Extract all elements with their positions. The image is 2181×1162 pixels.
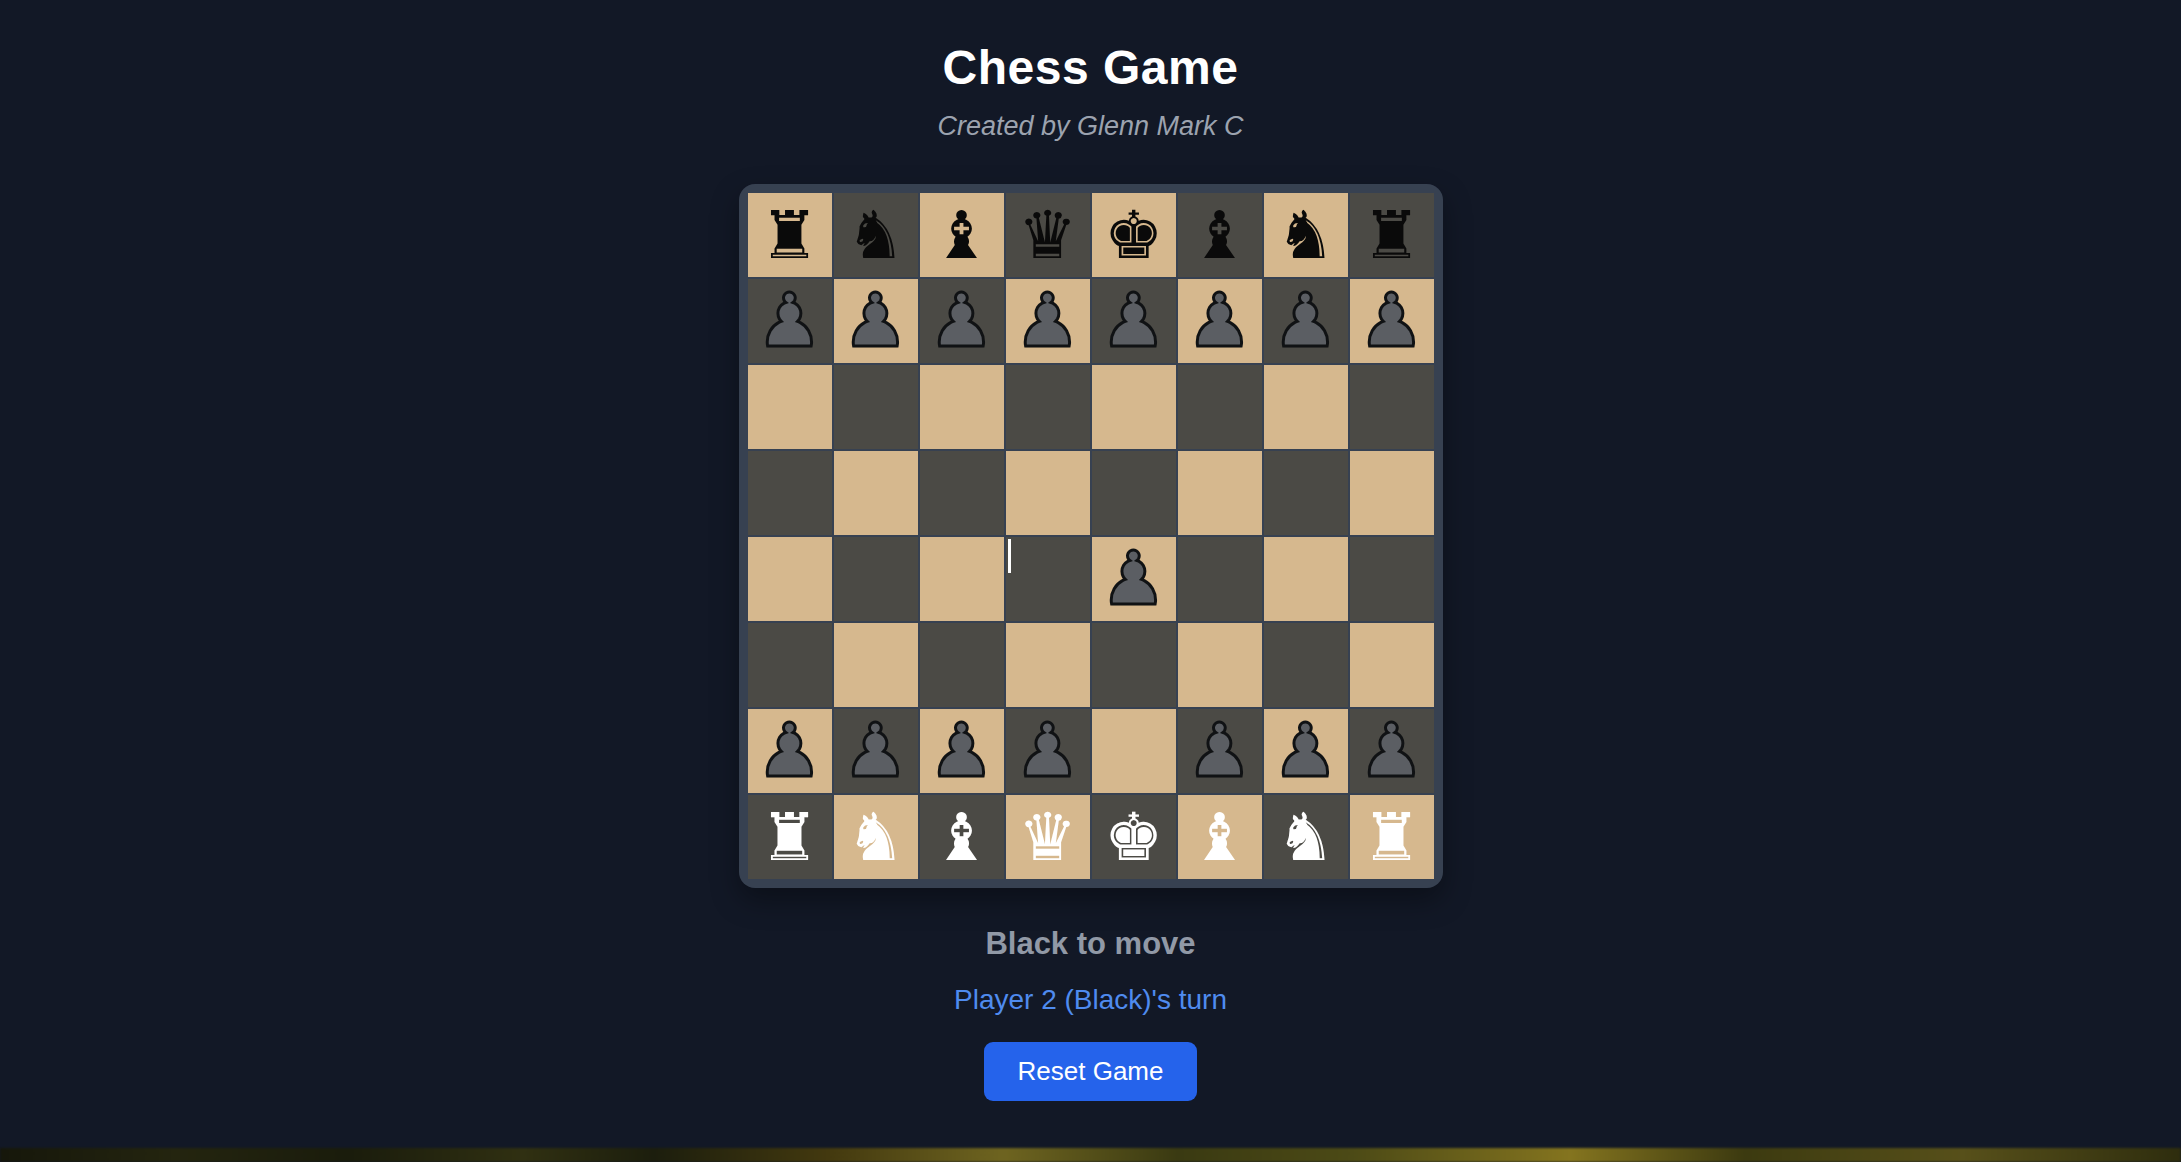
square-f4[interactable] bbox=[1178, 537, 1262, 621]
black-pawn-piece: ♟ bbox=[1186, 284, 1252, 358]
white-pawn-piece: ♟ bbox=[928, 714, 994, 788]
square-c7[interactable]: ♟ bbox=[920, 279, 1004, 363]
square-f1[interactable]: ♝ bbox=[1178, 795, 1262, 879]
square-h1[interactable]: ♜ bbox=[1350, 795, 1434, 879]
square-e5[interactable] bbox=[1092, 451, 1176, 535]
square-h7[interactable]: ♟ bbox=[1350, 279, 1434, 363]
move-status-text: Black to move bbox=[0, 926, 2181, 962]
square-a5[interactable] bbox=[748, 451, 832, 535]
desktop-background-strip bbox=[0, 1148, 2181, 1162]
square-h4[interactable] bbox=[1350, 537, 1434, 621]
black-king-piece: ♚ bbox=[1104, 202, 1163, 268]
square-a4[interactable] bbox=[748, 537, 832, 621]
square-a3[interactable] bbox=[748, 623, 832, 707]
square-h8[interactable]: ♜ bbox=[1350, 193, 1434, 277]
square-b5[interactable] bbox=[834, 451, 918, 535]
square-a8[interactable]: ♜ bbox=[748, 193, 832, 277]
black-pawn-piece: ♟ bbox=[1272, 284, 1338, 358]
black-pawn-piece: ♟ bbox=[1014, 284, 1080, 358]
square-e6[interactable] bbox=[1092, 365, 1176, 449]
square-f5[interactable] bbox=[1178, 451, 1262, 535]
square-e3[interactable] bbox=[1092, 623, 1176, 707]
square-e8[interactable]: ♚ bbox=[1092, 193, 1176, 277]
square-e4[interactable]: ♟ bbox=[1092, 537, 1176, 621]
black-rook-piece: ♜ bbox=[760, 202, 819, 268]
square-d4[interactable] bbox=[1006, 537, 1090, 621]
black-queen-piece: ♛ bbox=[1018, 202, 1077, 268]
square-h2[interactable]: ♟ bbox=[1350, 709, 1434, 793]
square-f8[interactable]: ♝ bbox=[1178, 193, 1262, 277]
square-c3[interactable] bbox=[920, 623, 1004, 707]
square-d6[interactable] bbox=[1006, 365, 1090, 449]
square-d3[interactable] bbox=[1006, 623, 1090, 707]
square-e1[interactable]: ♚ bbox=[1092, 795, 1176, 879]
white-pawn-piece: ♟ bbox=[1186, 714, 1252, 788]
chess-app: Chess Game Created by Glenn Mark C ♜♞♝♛♚… bbox=[0, 0, 2181, 1101]
square-d1[interactable]: ♛ bbox=[1006, 795, 1090, 879]
square-g5[interactable] bbox=[1264, 451, 1348, 535]
black-pawn-piece: ♟ bbox=[1100, 284, 1166, 358]
square-f2[interactable]: ♟ bbox=[1178, 709, 1262, 793]
square-e2[interactable] bbox=[1092, 709, 1176, 793]
text-caret bbox=[1008, 539, 1011, 573]
square-d8[interactable]: ♛ bbox=[1006, 193, 1090, 277]
chess-board: ♜♞♝♛♚♝♞♜♟♟♟♟♟♟♟♟♟♟♟♟♟♟♟♟♜♞♝♛♚♝♞♜ bbox=[748, 193, 1434, 879]
square-a6[interactable] bbox=[748, 365, 832, 449]
square-b1[interactable]: ♞ bbox=[834, 795, 918, 879]
square-b8[interactable]: ♞ bbox=[834, 193, 918, 277]
square-c2[interactable]: ♟ bbox=[920, 709, 1004, 793]
square-a1[interactable]: ♜ bbox=[748, 795, 832, 879]
square-c1[interactable]: ♝ bbox=[920, 795, 1004, 879]
square-c4[interactable] bbox=[920, 537, 1004, 621]
square-b3[interactable] bbox=[834, 623, 918, 707]
black-pawn-piece: ♟ bbox=[842, 284, 908, 358]
page-title: Chess Game bbox=[0, 40, 2181, 95]
white-knight-piece: ♞ bbox=[846, 804, 905, 870]
black-pawn-piece: ♟ bbox=[756, 284, 822, 358]
white-pawn-piece: ♟ bbox=[842, 714, 908, 788]
white-queen-piece: ♛ bbox=[1018, 804, 1077, 870]
page-subtitle: Created by Glenn Mark C bbox=[0, 111, 2181, 142]
player-turn-text: Player 2 (Black)'s turn bbox=[0, 984, 2181, 1016]
square-b6[interactable] bbox=[834, 365, 918, 449]
square-g8[interactable]: ♞ bbox=[1264, 193, 1348, 277]
square-b7[interactable]: ♟ bbox=[834, 279, 918, 363]
white-pawn-piece: ♟ bbox=[1272, 714, 1338, 788]
square-f3[interactable] bbox=[1178, 623, 1262, 707]
white-rook-piece: ♜ bbox=[760, 804, 819, 870]
square-c5[interactable] bbox=[920, 451, 1004, 535]
white-bishop-piece: ♝ bbox=[932, 804, 991, 870]
square-h3[interactable] bbox=[1350, 623, 1434, 707]
square-b4[interactable] bbox=[834, 537, 918, 621]
white-bishop-piece: ♝ bbox=[1190, 804, 1249, 870]
black-knight-piece: ♞ bbox=[846, 202, 905, 268]
square-b2[interactable]: ♟ bbox=[834, 709, 918, 793]
black-knight-piece: ♞ bbox=[1276, 202, 1335, 268]
black-pawn-piece: ♟ bbox=[928, 284, 994, 358]
square-f7[interactable]: ♟ bbox=[1178, 279, 1262, 363]
square-c8[interactable]: ♝ bbox=[920, 193, 1004, 277]
white-pawn-piece: ♟ bbox=[1014, 714, 1080, 788]
black-bishop-piece: ♝ bbox=[932, 202, 991, 268]
white-pawn-piece: ♟ bbox=[1100, 542, 1166, 616]
chess-board-frame: ♜♞♝♛♚♝♞♜♟♟♟♟♟♟♟♟♟♟♟♟♟♟♟♟♜♞♝♛♚♝♞♜ bbox=[739, 184, 1443, 888]
black-bishop-piece: ♝ bbox=[1190, 202, 1249, 268]
square-d2[interactable]: ♟ bbox=[1006, 709, 1090, 793]
square-g4[interactable] bbox=[1264, 537, 1348, 621]
square-d7[interactable]: ♟ bbox=[1006, 279, 1090, 363]
white-rook-piece: ♜ bbox=[1362, 804, 1421, 870]
square-f6[interactable] bbox=[1178, 365, 1262, 449]
reset-game-button[interactable]: Reset Game bbox=[984, 1042, 1198, 1101]
black-rook-piece: ♜ bbox=[1362, 202, 1421, 268]
square-d5[interactable] bbox=[1006, 451, 1090, 535]
black-pawn-piece: ♟ bbox=[1358, 284, 1424, 358]
square-g3[interactable] bbox=[1264, 623, 1348, 707]
square-h5[interactable] bbox=[1350, 451, 1434, 535]
square-g7[interactable]: ♟ bbox=[1264, 279, 1348, 363]
square-c6[interactable] bbox=[920, 365, 1004, 449]
square-g2[interactable]: ♟ bbox=[1264, 709, 1348, 793]
white-king-piece: ♚ bbox=[1104, 804, 1163, 870]
square-a7[interactable]: ♟ bbox=[748, 279, 832, 363]
white-pawn-piece: ♟ bbox=[756, 714, 822, 788]
white-pawn-piece: ♟ bbox=[1358, 714, 1424, 788]
square-h6[interactable] bbox=[1350, 365, 1434, 449]
square-a2[interactable]: ♟ bbox=[748, 709, 832, 793]
square-e7[interactable]: ♟ bbox=[1092, 279, 1176, 363]
square-g6[interactable] bbox=[1264, 365, 1348, 449]
square-g1[interactable]: ♞ bbox=[1264, 795, 1348, 879]
white-knight-piece: ♞ bbox=[1276, 804, 1335, 870]
